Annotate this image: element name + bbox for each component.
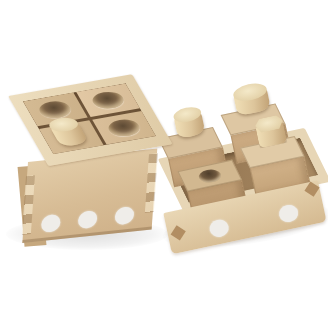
right-box-dots	[208, 203, 300, 238]
left-box-dots	[41, 206, 135, 233]
white-dot	[278, 203, 300, 224]
round-hole	[89, 90, 128, 111]
left-box-front-face	[22, 148, 157, 243]
finger-joint-right	[304, 182, 319, 197]
left-box-cell-r1c0-peg_round	[39, 120, 103, 154]
white-dot	[41, 214, 61, 233]
left-box-cell-r1c1-hole	[92, 111, 156, 145]
white-dot	[78, 210, 98, 229]
round-peg	[46, 115, 91, 149]
left-box-grid	[23, 83, 156, 154]
finger-joint-left	[171, 225, 186, 240]
round-peg	[172, 105, 206, 142]
product-photo-scene	[0, 0, 328, 328]
round-hole	[104, 117, 143, 138]
white-dot	[114, 206, 134, 225]
white-dot	[208, 218, 230, 239]
left-box	[6, 70, 172, 248]
round-hole	[196, 167, 223, 184]
